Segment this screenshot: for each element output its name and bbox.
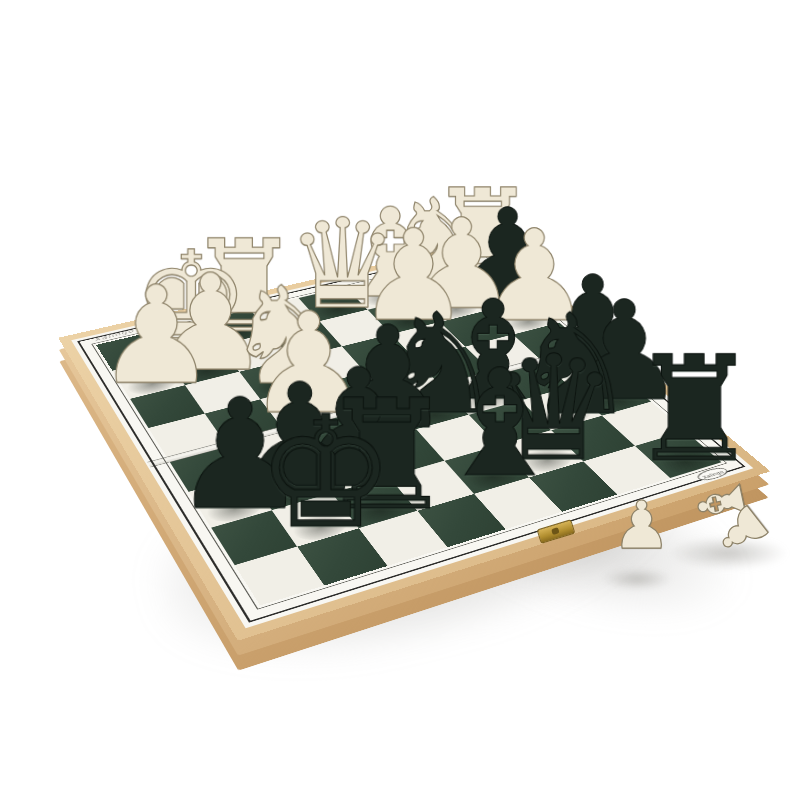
piece-black-rook[interactable]: ♜ <box>619 352 769 468</box>
offboard-shadow <box>602 568 672 590</box>
offboard-standing-pawn[interactable]: ♟ <box>612 500 671 553</box>
piece-black-king[interactable]: ♚ <box>247 411 406 535</box>
square-a1[interactable] <box>235 546 325 605</box>
latch-pin-icon <box>551 527 559 535</box>
